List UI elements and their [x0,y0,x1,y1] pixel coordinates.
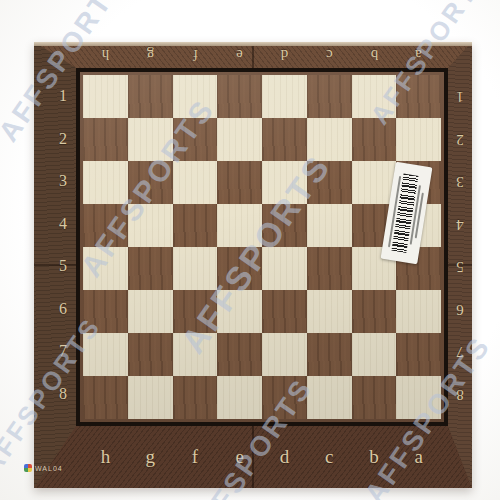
square-d5 [262,247,307,290]
chess-board: hgfedcba hgfedcba 12345678 12345678 WAL0… [34,42,472,488]
square-e7 [217,333,262,376]
coord-label-2: 2 [448,118,472,161]
square-b1 [352,75,397,118]
square-e3 [217,161,262,204]
brand-mark-icon [24,464,32,472]
square-a7 [396,333,441,376]
square-b2 [352,118,397,161]
square-h7 [83,333,128,376]
coord-label-d: d [262,428,307,486]
coord-label-e: e [217,428,262,486]
coord-label-g: g [128,428,173,486]
square-e2 [217,118,262,161]
square-c7 [307,333,352,376]
square-h5 [83,247,128,290]
square-d3 [262,161,307,204]
coord-label-5: 5 [448,245,472,288]
square-a8 [396,376,441,419]
square-a1 [396,75,441,118]
square-f8 [173,376,218,419]
coord-label-7: 7 [448,330,472,373]
coord-label-7: 7 [34,330,76,373]
coord-label-8: 8 [34,373,76,416]
square-f7 [173,333,218,376]
square-e1 [217,75,262,118]
square-f4 [173,204,218,247]
coord-label-h: h [83,428,128,486]
coord-label-3: 3 [34,160,76,203]
coord-label-1: 1 [34,75,76,118]
coord-label-b: b [352,428,397,486]
product-photo: hgfedcba hgfedcba 12345678 12345678 WAL0… [0,0,500,500]
square-c4 [307,204,352,247]
file-labels-bottom: hgfedcba [83,428,441,486]
square-h8 [83,376,128,419]
rank-labels-right: 12345678 [448,75,472,415]
square-d1 [262,75,307,118]
square-f5 [173,247,218,290]
coord-label-a: a [396,428,441,486]
square-g8 [128,376,173,419]
square-h6 [83,290,128,333]
square-g3 [128,161,173,204]
coord-label-2: 2 [34,118,76,161]
square-h1 [83,75,128,118]
square-d8 [262,376,307,419]
coord-label-5: 5 [34,245,76,288]
square-c1 [307,75,352,118]
coord-label-c: c [307,428,352,486]
square-c3 [307,161,352,204]
square-c5 [307,247,352,290]
square-f1 [173,75,218,118]
square-e4 [217,204,262,247]
coord-label-1: 1 [448,75,472,118]
square-h2 [83,118,128,161]
square-c8 [307,376,352,419]
square-f2 [173,118,218,161]
square-f6 [173,290,218,333]
square-g6 [128,290,173,333]
coord-label-f: f [173,428,218,486]
coord-label-6: 6 [34,288,76,331]
square-g5 [128,247,173,290]
square-d7 [262,333,307,376]
square-e6 [217,290,262,333]
square-d2 [262,118,307,161]
square-b7 [352,333,397,376]
square-g4 [128,204,173,247]
square-e5 [217,247,262,290]
coord-label-8: 8 [448,373,472,416]
square-h3 [83,161,128,204]
square-d4 [262,204,307,247]
square-a6 [396,290,441,333]
rank-labels-left: 12345678 [34,75,76,415]
coord-label-4: 4 [34,203,76,246]
brand-mark-text: WAL04 [35,465,63,472]
square-c2 [307,118,352,161]
board-top-edge-bevel [34,42,472,46]
coord-label-4: 4 [448,203,472,246]
square-h4 [83,204,128,247]
square-b8 [352,376,397,419]
square-f3 [173,161,218,204]
square-e8 [217,376,262,419]
square-a2 [396,118,441,161]
brand-mark: WAL04 [24,464,63,472]
square-g2 [128,118,173,161]
square-g1 [128,75,173,118]
coord-label-3: 3 [448,160,472,203]
square-d6 [262,290,307,333]
square-g7 [128,333,173,376]
square-c6 [307,290,352,333]
square-b6 [352,290,397,333]
coord-label-6: 6 [448,288,472,331]
